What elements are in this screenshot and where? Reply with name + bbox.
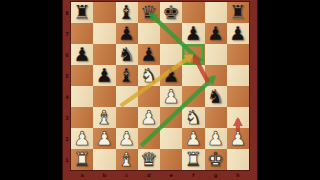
- square-g5: [205, 65, 227, 86]
- board-squares[interactable]: ♜♝♛♚♜♟♟♟♟♟♞♟♟♝♞♟♟♞♝♟♞♟♟♟♟♟♟♜♝♛♜♚: [71, 2, 249, 170]
- file-labels: abcdefgh: [71, 170, 249, 180]
- piece-white-rook: ♜: [185, 149, 202, 170]
- piece-white-pawn: ♟: [163, 86, 180, 107]
- piece-black-knight: ♞: [118, 44, 135, 65]
- file-label-b: b: [93, 170, 115, 180]
- square-d4: [138, 86, 160, 107]
- piece-black-pawn: ♟: [207, 23, 224, 44]
- piece-black-pawn: ♟: [118, 23, 135, 44]
- square-g8: [205, 2, 227, 23]
- file-label-e: e: [160, 170, 182, 180]
- square-h3: [227, 107, 249, 128]
- square-b3: ♝: [93, 107, 115, 128]
- square-b8: [93, 2, 115, 23]
- rank-label-7: 7: [63, 23, 71, 44]
- square-c7: ♟: [116, 23, 138, 44]
- square-g3: [205, 107, 227, 128]
- square-g7: ♟: [205, 23, 227, 44]
- piece-white-bishop: ♝: [96, 107, 113, 128]
- square-c6: ♞: [116, 44, 138, 65]
- square-e4: ♟: [160, 86, 182, 107]
- piece-white-knight: ♞: [140, 65, 157, 86]
- piece-black-pawn: ♟: [96, 65, 113, 86]
- piece-white-pawn: ♟: [229, 128, 246, 149]
- piece-black-rook: ♜: [229, 2, 246, 23]
- square-h7: ♟: [227, 23, 249, 44]
- piece-white-pawn: ♟: [118, 128, 135, 149]
- file-label-a: a: [71, 170, 93, 180]
- square-c5: ♝: [116, 65, 138, 86]
- square-h2: ♟: [227, 128, 249, 149]
- square-d5: ♞: [138, 65, 160, 86]
- piece-white-pawn: ♟: [185, 128, 202, 149]
- square-e8: ♚: [160, 2, 182, 23]
- file-label-g: g: [205, 170, 227, 180]
- square-f4: [182, 86, 204, 107]
- square-d3: ♟: [138, 107, 160, 128]
- square-h6: [227, 44, 249, 65]
- rank-labels: 87654321: [63, 2, 71, 170]
- square-f5: [182, 65, 204, 86]
- square-d1: ♛: [138, 149, 160, 170]
- square-e3: [160, 107, 182, 128]
- square-f7: ♟: [182, 23, 204, 44]
- square-c1: ♝: [116, 149, 138, 170]
- square-h8: ♜: [227, 2, 249, 23]
- piece-white-pawn: ♟: [96, 128, 113, 149]
- square-a5: [71, 65, 93, 86]
- piece-white-king: ♚: [207, 149, 224, 170]
- square-c4: [116, 86, 138, 107]
- square-a4: [71, 86, 93, 107]
- square-h1: [227, 149, 249, 170]
- rank-label-2: 2: [63, 128, 71, 149]
- square-f6: [182, 44, 204, 65]
- chess-board-frame: 87654321 abcdefgh ♜♝♛♚♜♟♟♟♟♟♞♟♟♝♞♟♟♞♝♟♞♟…: [62, 0, 258, 180]
- piece-white-queen: ♛: [140, 149, 157, 170]
- square-f8: [182, 2, 204, 23]
- rank-label-5: 5: [63, 65, 71, 86]
- piece-white-bishop: ♝: [118, 149, 135, 170]
- piece-black-queen: ♛: [140, 2, 157, 23]
- square-h5: [227, 65, 249, 86]
- square-h4: [227, 86, 249, 107]
- piece-white-pawn: ♟: [74, 128, 91, 149]
- square-e2: [160, 128, 182, 149]
- piece-black-pawn: ♟: [185, 23, 202, 44]
- file-label-f: f: [182, 170, 204, 180]
- rank-label-8: 8: [63, 2, 71, 23]
- square-g1: ♚: [205, 149, 227, 170]
- piece-white-rook: ♜: [74, 149, 91, 170]
- piece-black-pawn: ♟: [74, 44, 91, 65]
- file-label-d: d: [138, 170, 160, 180]
- square-e1: [160, 149, 182, 170]
- square-b6: [93, 44, 115, 65]
- piece-black-pawn: ♟: [229, 23, 246, 44]
- video-frame: 87654321 abcdefgh ♜♝♛♚♜♟♟♟♟♟♞♟♟♝♞♟♟♞♝♟♞♟…: [0, 0, 320, 180]
- piece-black-bishop: ♝: [118, 2, 135, 23]
- square-b7: [93, 23, 115, 44]
- square-g2: ♟: [205, 128, 227, 149]
- square-e7: [160, 23, 182, 44]
- piece-white-pawn: ♟: [207, 128, 224, 149]
- square-a3: [71, 107, 93, 128]
- piece-black-rook: ♜: [74, 2, 91, 23]
- square-d6: ♟: [138, 44, 160, 65]
- square-b1: [93, 149, 115, 170]
- square-a2: ♟: [71, 128, 93, 149]
- letterbox-right: [258, 0, 320, 180]
- square-b5: ♟: [93, 65, 115, 86]
- square-g4: ♞: [205, 86, 227, 107]
- file-label-h: h: [227, 170, 249, 180]
- piece-black-pawn: ♟: [163, 65, 180, 86]
- square-c2: ♟: [116, 128, 138, 149]
- piece-black-knight: ♞: [207, 86, 224, 107]
- square-a8: ♜: [71, 2, 93, 23]
- square-c3: [116, 107, 138, 128]
- square-a1: ♜: [71, 149, 93, 170]
- square-d7: [138, 23, 160, 44]
- square-e5: ♟: [160, 65, 182, 86]
- piece-white-knight: ♞: [185, 107, 202, 128]
- square-e6: [160, 44, 182, 65]
- square-f3: ♞: [182, 107, 204, 128]
- file-label-c: c: [116, 170, 138, 180]
- piece-black-king: ♚: [163, 2, 180, 23]
- square-a6: ♟: [71, 44, 93, 65]
- square-b4: [93, 86, 115, 107]
- piece-black-bishop: ♝: [118, 65, 135, 86]
- square-f1: ♜: [182, 149, 204, 170]
- square-d8: ♛: [138, 2, 160, 23]
- piece-black-pawn: ♟: [140, 44, 157, 65]
- piece-white-pawn: ♟: [140, 107, 157, 128]
- rank-label-6: 6: [63, 44, 71, 65]
- square-d2: [138, 128, 160, 149]
- rank-label-3: 3: [63, 107, 71, 128]
- square-b2: ♟: [93, 128, 115, 149]
- square-g6: [205, 44, 227, 65]
- square-a7: [71, 23, 93, 44]
- letterbox-left: [0, 0, 62, 180]
- square-c8: ♝: [116, 2, 138, 23]
- square-f2: ♟: [182, 128, 204, 149]
- rank-label-4: 4: [63, 86, 71, 107]
- rank-label-1: 1: [63, 149, 71, 170]
